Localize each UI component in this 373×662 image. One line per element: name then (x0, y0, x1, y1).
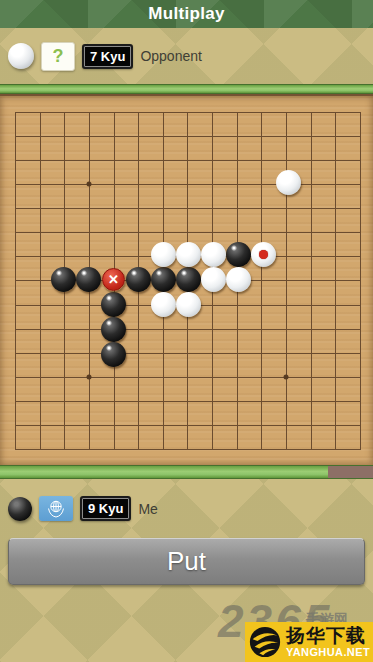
opponent-info-row: ? 7 Kyu Opponent (0, 28, 373, 84)
watermark-badge-text: 扬华下载 YANGHUA.NET (286, 626, 370, 658)
watermark-badge-subtitle: YANGHUA.NET (286, 647, 370, 658)
opponent-time-bar (0, 84, 373, 94)
black-stone (51, 267, 76, 292)
white-stone (226, 267, 251, 292)
opponent-time-fill (0, 85, 373, 93)
white-stone (201, 267, 226, 292)
opponent-name-label: Opponent (140, 48, 202, 64)
black-stone (101, 342, 126, 367)
stones-layer: ✕ (3, 100, 373, 461)
black-stone (76, 267, 101, 292)
gomoku-board[interactable]: ✕ (0, 94, 373, 465)
yanghua-logo-icon (248, 625, 282, 659)
white-stone (151, 242, 176, 267)
my-avatar-black-stone (8, 497, 32, 521)
last-move-marker (259, 250, 268, 259)
my-info-row: 9 Kyu Me (0, 479, 373, 538)
put-button[interactable]: Put (8, 538, 365, 585)
my-flag-un-badge (39, 496, 73, 521)
black-stone (126, 267, 151, 292)
white-stone (176, 242, 201, 267)
app-screen: Multiplay ? 7 Kyu Opponent ✕ (0, 0, 373, 662)
page-title: Multiplay (148, 4, 224, 24)
opponent-rank-badge: 7 Kyu (82, 44, 133, 69)
watermark-badge-title: 扬华下载 (286, 626, 370, 645)
black-stone (176, 267, 201, 292)
watermark-badge: 扬华下载 YANGHUA.NET (245, 622, 373, 662)
white-stone (151, 292, 176, 317)
forbidden-point-marker: ✕ (102, 268, 125, 291)
my-name-label: Me (138, 501, 157, 517)
question-mark-icon: ? (53, 46, 64, 67)
opponent-avatar-white-stone (8, 43, 34, 69)
opponent-flag-unknown-badge: ? (41, 42, 75, 71)
my-rank-badge: 9 Kyu (80, 496, 131, 521)
un-flag-icon (39, 496, 73, 521)
white-stone (276, 170, 301, 195)
white-stone (201, 242, 226, 267)
my-time-fill (0, 466, 328, 478)
black-stone (101, 292, 126, 317)
black-stone (226, 242, 251, 267)
my-time-bar (0, 465, 373, 479)
black-stone (151, 267, 176, 292)
black-stone (101, 317, 126, 342)
white-stone (176, 292, 201, 317)
header-bar: Multiplay (0, 0, 373, 28)
